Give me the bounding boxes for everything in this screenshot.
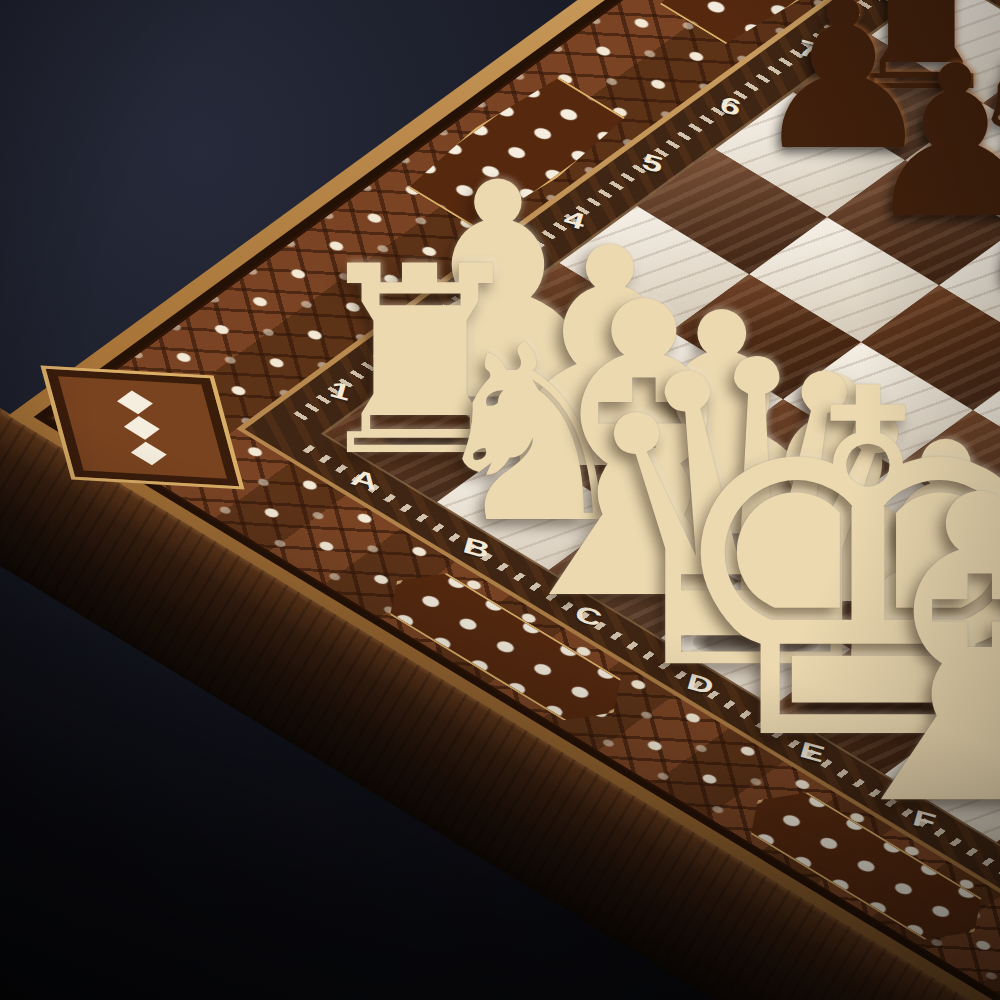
piece-white-knight-g1[interactable]: ♞ bbox=[975, 639, 1000, 900]
pearl-diamond-inlay bbox=[125, 416, 161, 440]
pearl-diamond-inlay bbox=[118, 390, 154, 414]
piece-black-pawn-c7[interactable]: ♟ bbox=[972, 104, 1000, 317]
rank-label-5: 5 bbox=[639, 150, 665, 177]
pearl-diamond-inlay bbox=[131, 441, 167, 465]
corner-medallion bbox=[40, 365, 244, 489]
piece-white-bishop-f1[interactable]: ♝ bbox=[790, 442, 1000, 864]
photo-stage: ABCDEFGH12345678 ♜♞♝♛♚♝♞♜♟♟♟♟♟♟♟♟♟♟♟♜♞♝ bbox=[0, 0, 1000, 1000]
rank-label-6: 6 bbox=[717, 93, 743, 120]
